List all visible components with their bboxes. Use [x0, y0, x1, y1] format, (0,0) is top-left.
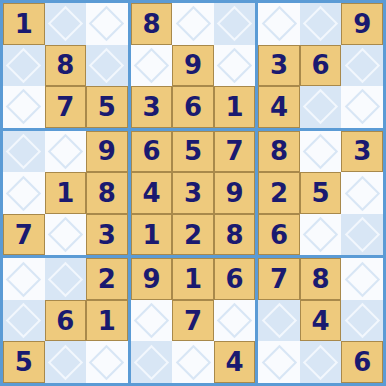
cell-r5c6: 9	[214, 172, 256, 214]
cell-r9c4[interactable]	[131, 341, 173, 383]
given-digit: 6	[270, 222, 288, 248]
box-9: 7846	[258, 258, 383, 383]
given-digit: 9	[226, 180, 244, 206]
cell-r5c3: 8	[86, 172, 128, 214]
box-2: 89361	[131, 3, 256, 128]
empty-cell-diamond-icon	[134, 48, 169, 83]
empty-cell-diamond-icon	[303, 217, 338, 252]
cell-r1c4: 8	[131, 3, 173, 45]
box-7: 2615	[3, 258, 128, 383]
cell-r3c6: 1	[214, 86, 256, 128]
cell-r9c5[interactable]	[172, 341, 214, 383]
given-digit: 3	[270, 52, 288, 78]
cell-r4c1[interactable]	[3, 131, 45, 173]
cell-r6c7: 6	[258, 214, 300, 256]
cell-r2c7: 3	[258, 45, 300, 87]
empty-cell-diamond-icon	[261, 345, 296, 380]
empty-cell-diamond-icon	[89, 48, 124, 83]
cell-r7c2[interactable]	[45, 258, 87, 300]
cell-r6c1: 7	[3, 214, 45, 256]
cell-r6c6: 8	[214, 214, 256, 256]
cell-r4c2[interactable]	[45, 131, 87, 173]
empty-cell-diamond-icon	[303, 345, 338, 380]
given-digit: 8	[270, 138, 288, 164]
given-digit: 9	[184, 52, 202, 78]
cell-r7c9[interactable]	[341, 258, 383, 300]
given-digit: 1	[98, 308, 116, 334]
cell-r7c1[interactable]	[3, 258, 45, 300]
cell-r7c6: 6	[214, 258, 256, 300]
cell-r9c9: 6	[341, 341, 383, 383]
cell-r5c4: 4	[131, 172, 173, 214]
given-digit: 8	[98, 180, 116, 206]
given-digit: 5	[312, 180, 330, 206]
given-digit: 9	[142, 266, 160, 292]
empty-cell-diamond-icon	[48, 261, 83, 296]
empty-cell-diamond-icon	[48, 345, 83, 380]
cell-r3c8[interactable]	[300, 86, 342, 128]
cell-r4c8[interactable]	[300, 131, 342, 173]
given-digit: 7	[270, 266, 288, 292]
empty-cell-diamond-icon	[303, 6, 338, 41]
given-digit: 6	[353, 349, 371, 375]
cell-r2c8: 6	[300, 45, 342, 87]
sudoku-app: 1875 89361 9364 91873 657439128 83256 26…	[0, 0, 386, 386]
given-digit: 5	[98, 94, 116, 120]
cell-r5c8: 5	[300, 172, 342, 214]
given-digit: 8	[142, 11, 160, 37]
cell-r3c2: 7	[45, 86, 87, 128]
given-digit: 3	[353, 138, 371, 164]
cell-r6c9[interactable]	[341, 214, 383, 256]
cell-r8c7[interactable]	[258, 300, 300, 342]
cell-r7c7: 7	[258, 258, 300, 300]
cell-r8c1[interactable]	[3, 300, 45, 342]
given-digit: 4	[226, 349, 244, 375]
cell-r2c9[interactable]	[341, 45, 383, 87]
given-digit: 5	[184, 138, 202, 164]
given-digit: 7	[184, 308, 202, 334]
cell-r4c9: 3	[341, 131, 383, 173]
given-digit: 8	[312, 266, 330, 292]
cell-r8c8: 4	[300, 300, 342, 342]
empty-cell-diamond-icon	[345, 175, 380, 210]
empty-cell-diamond-icon	[6, 134, 41, 169]
given-digit: 6	[312, 52, 330, 78]
given-digit: 9	[98, 138, 116, 164]
given-digit: 6	[56, 308, 74, 334]
empty-cell-diamond-icon	[89, 6, 124, 41]
cell-r1c6[interactable]	[214, 3, 256, 45]
cell-r8c4[interactable]	[131, 300, 173, 342]
empty-cell-diamond-icon	[6, 303, 41, 338]
cell-r6c2[interactable]	[45, 214, 87, 256]
given-digit: 2	[98, 266, 116, 292]
cell-r9c3[interactable]	[86, 341, 128, 383]
given-digit: 9	[353, 11, 371, 37]
cell-r4c3: 9	[86, 131, 128, 173]
empty-cell-diamond-icon	[261, 6, 296, 41]
empty-cell-diamond-icon	[345, 217, 380, 252]
given-digit: 1	[56, 180, 74, 206]
empty-cell-diamond-icon	[345, 261, 380, 296]
cell-r8c9[interactable]	[341, 300, 383, 342]
given-digit: 5	[15, 349, 33, 375]
cell-r7c4: 9	[131, 258, 173, 300]
cell-r4c7: 8	[258, 131, 300, 173]
cell-r8c6[interactable]	[214, 300, 256, 342]
given-digit: 7	[15, 222, 33, 248]
cell-r5c5: 3	[172, 172, 214, 214]
cell-r2c5: 9	[172, 45, 214, 87]
box-4: 91873	[3, 131, 128, 256]
given-digit: 4	[270, 94, 288, 120]
cell-r3c1[interactable]	[3, 86, 45, 128]
empty-cell-diamond-icon	[175, 6, 210, 41]
empty-cell-diamond-icon	[345, 89, 380, 124]
cell-r2c1[interactable]	[3, 45, 45, 87]
empty-cell-diamond-icon	[217, 48, 252, 83]
cell-r6c8[interactable]	[300, 214, 342, 256]
cell-r4c5: 5	[172, 131, 214, 173]
given-digit: 2	[270, 180, 288, 206]
empty-cell-diamond-icon	[6, 89, 41, 124]
empty-cell-diamond-icon	[134, 345, 169, 380]
box-1: 1875	[3, 3, 128, 128]
empty-cell-diamond-icon	[48, 6, 83, 41]
empty-cell-diamond-icon	[261, 303, 296, 338]
empty-cell-diamond-icon	[6, 175, 41, 210]
cell-r1c5[interactable]	[172, 3, 214, 45]
empty-cell-diamond-icon	[345, 303, 380, 338]
cell-r3c5: 6	[172, 86, 214, 128]
given-digit: 6	[226, 266, 244, 292]
cell-r6c5: 2	[172, 214, 214, 256]
given-digit: 6	[184, 94, 202, 120]
box-8: 91674	[131, 258, 256, 383]
empty-cell-diamond-icon	[345, 48, 380, 83]
cell-r5c1[interactable]	[3, 172, 45, 214]
empty-cell-diamond-icon	[6, 261, 41, 296]
given-digit: 7	[56, 94, 74, 120]
empty-cell-diamond-icon	[217, 303, 252, 338]
box-3: 9364	[258, 3, 383, 128]
cell-r4c6: 7	[214, 131, 256, 173]
empty-cell-diamond-icon	[175, 345, 210, 380]
cell-r3c9[interactable]	[341, 86, 383, 128]
cell-r2c2: 8	[45, 45, 87, 87]
given-digit: 4	[142, 180, 160, 206]
empty-cell-diamond-icon	[134, 303, 169, 338]
sudoku-board: 1875 89361 9364 91873 657439128 83256 26…	[0, 0, 386, 386]
cell-r7c8: 8	[300, 258, 342, 300]
empty-cell-diamond-icon	[48, 134, 83, 169]
cell-r8c5: 7	[172, 300, 214, 342]
cell-r9c8[interactable]	[300, 341, 342, 383]
empty-cell-diamond-icon	[217, 6, 252, 41]
empty-cell-diamond-icon	[303, 134, 338, 169]
empty-cell-diamond-icon	[6, 48, 41, 83]
given-digit: 1	[15, 11, 33, 37]
cell-r8c2: 6	[45, 300, 87, 342]
cell-r1c2[interactable]	[45, 3, 87, 45]
empty-cell-diamond-icon	[303, 89, 338, 124]
given-digit: 8	[226, 222, 244, 248]
cell-r3c3: 5	[86, 86, 128, 128]
given-digit: 3	[142, 94, 160, 120]
empty-cell-diamond-icon	[48, 217, 83, 252]
empty-cell-diamond-icon	[89, 345, 124, 380]
given-digit: 1	[142, 222, 160, 248]
box-5: 657439128	[131, 131, 256, 256]
given-digit: 6	[142, 138, 160, 164]
cell-r6c3: 3	[86, 214, 128, 256]
cell-r1c1: 1	[3, 3, 45, 45]
cell-r1c8[interactable]	[300, 3, 342, 45]
cell-r3c4: 3	[131, 86, 173, 128]
cell-r9c1: 5	[3, 341, 45, 383]
cell-r9c2[interactable]	[45, 341, 87, 383]
cell-r2c3[interactable]	[86, 45, 128, 87]
cell-r8c3: 1	[86, 300, 128, 342]
cell-r7c3: 2	[86, 258, 128, 300]
given-digit: 8	[56, 52, 74, 78]
given-digit: 7	[226, 138, 244, 164]
cell-r5c9[interactable]	[341, 172, 383, 214]
cell-r6c4: 1	[131, 214, 173, 256]
cell-r2c4[interactable]	[131, 45, 173, 87]
cell-r2c6[interactable]	[214, 45, 256, 87]
cell-r5c7: 2	[258, 172, 300, 214]
cell-r1c9: 9	[341, 3, 383, 45]
given-digit: 1	[226, 94, 244, 120]
given-digit: 1	[184, 266, 202, 292]
cell-r5c2: 1	[45, 172, 87, 214]
cell-r9c6: 4	[214, 341, 256, 383]
given-digit: 3	[184, 180, 202, 206]
cell-r1c7[interactable]	[258, 3, 300, 45]
given-digit: 4	[312, 308, 330, 334]
given-digit: 3	[98, 222, 116, 248]
cell-r1c3[interactable]	[86, 3, 128, 45]
cell-r3c7: 4	[258, 86, 300, 128]
given-digit: 2	[184, 222, 202, 248]
box-6: 83256	[258, 131, 383, 256]
cell-r9c7[interactable]	[258, 341, 300, 383]
cell-r7c5: 1	[172, 258, 214, 300]
cell-r4c4: 6	[131, 131, 173, 173]
